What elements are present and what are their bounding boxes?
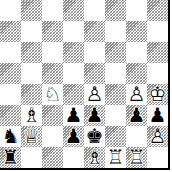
white-knight-piece: ♞♘ <box>42 84 63 105</box>
square-d6[interactable] <box>63 42 84 63</box>
square-f2[interactable] <box>105 126 126 147</box>
square-d1[interactable] <box>63 147 84 168</box>
square-e5[interactable] <box>84 63 105 84</box>
square-f4[interactable] <box>105 84 126 105</box>
square-h4[interactable]: ♚♔ <box>147 84 168 105</box>
square-g2[interactable] <box>126 126 147 147</box>
square-a1[interactable]: ♜♜ <box>0 147 21 168</box>
square-b8[interactable] <box>21 0 42 21</box>
square-g5[interactable] <box>126 63 147 84</box>
square-d2[interactable]: ♟♟ <box>63 126 84 147</box>
square-e1[interactable]: ♝♗ <box>84 147 105 168</box>
square-b5[interactable] <box>21 63 42 84</box>
square-d3[interactable]: ♟♟ <box>63 105 84 126</box>
black-pawn-piece: ♟♟ <box>63 105 84 126</box>
white-king-piece: ♚♔ <box>147 84 168 105</box>
black-rook-piece: ♜♜ <box>0 147 21 168</box>
square-b4[interactable] <box>21 84 42 105</box>
square-g6[interactable] <box>126 42 147 63</box>
square-e6[interactable] <box>84 42 105 63</box>
square-a5[interactable] <box>0 63 21 84</box>
white-pawn-piece: ♟♙ <box>147 126 168 147</box>
square-h5[interactable] <box>147 63 168 84</box>
square-c1[interactable] <box>42 147 63 168</box>
square-f6[interactable] <box>105 42 126 63</box>
square-a2[interactable]: ♞♞ <box>0 126 21 147</box>
square-a8[interactable] <box>0 0 21 21</box>
square-e2[interactable]: ♚♚ <box>84 126 105 147</box>
square-a6[interactable] <box>0 42 21 63</box>
black-pawn-piece: ♟♟ <box>147 105 168 126</box>
square-b2[interactable]: ♛♕ <box>21 126 42 147</box>
square-h3[interactable]: ♟♟ <box>147 105 168 126</box>
square-f5[interactable] <box>105 63 126 84</box>
square-g8[interactable] <box>126 0 147 21</box>
square-c3[interactable] <box>42 105 63 126</box>
square-f3[interactable] <box>105 105 126 126</box>
black-knight-piece: ♞♞ <box>0 126 21 147</box>
square-d7[interactable] <box>63 21 84 42</box>
black-king-piece: ♚♚ <box>84 126 105 147</box>
square-h6[interactable] <box>147 42 168 63</box>
square-c6[interactable] <box>42 42 63 63</box>
white-pawn-piece: ♟♙ <box>84 84 105 105</box>
square-c2[interactable] <box>42 126 63 147</box>
square-d8[interactable] <box>63 0 84 21</box>
square-b7[interactable] <box>21 21 42 42</box>
square-h1[interactable] <box>147 147 168 168</box>
square-c7[interactable] <box>42 21 63 42</box>
white-bishop-piece: ♝♗ <box>84 147 105 168</box>
white-pawn-piece: ♟♙ <box>126 84 147 105</box>
square-b3[interactable]: ♝♗ <box>21 105 42 126</box>
square-a3[interactable] <box>0 105 21 126</box>
square-a4[interactable] <box>0 84 21 105</box>
square-f8[interactable] <box>105 0 126 21</box>
white-queen-piece: ♛♕ <box>21 126 42 147</box>
square-b1[interactable] <box>21 147 42 168</box>
black-pawn-piece: ♟♟ <box>63 126 84 147</box>
square-d5[interactable] <box>63 63 84 84</box>
white-rook-piece: ♜♖ <box>126 147 147 168</box>
white-rook-piece: ♜♖ <box>105 147 126 168</box>
white-bishop-piece: ♝♗ <box>21 105 42 126</box>
black-pawn-piece: ♟♟ <box>84 105 105 126</box>
black-pawn-piece: ♟♟ <box>126 105 147 126</box>
chess-board: ♞♘♟♙♟♙♚♔♝♗♟♟♟♟♟♟♟♟♞♞♛♕♟♟♚♚♟♙♜♜♝♗♜♖♜♖ <box>0 0 170 170</box>
square-c5[interactable] <box>42 63 63 84</box>
square-g1[interactable]: ♜♖ <box>126 147 147 168</box>
square-g3[interactable]: ♟♟ <box>126 105 147 126</box>
square-g4[interactable]: ♟♙ <box>126 84 147 105</box>
square-e8[interactable] <box>84 0 105 21</box>
square-h8[interactable] <box>147 0 168 21</box>
chess-diagram: ♞♘♟♙♟♙♚♔♝♗♟♟♟♟♟♟♟♟♞♞♛♕♟♟♚♚♟♙♜♜♝♗♜♖♜♖ <box>0 0 172 172</box>
square-e4[interactable]: ♟♙ <box>84 84 105 105</box>
square-b6[interactable] <box>21 42 42 63</box>
square-c4[interactable]: ♞♘ <box>42 84 63 105</box>
square-h7[interactable] <box>147 21 168 42</box>
square-e7[interactable] <box>84 21 105 42</box>
square-d4[interactable] <box>63 84 84 105</box>
square-f1[interactable]: ♜♖ <box>105 147 126 168</box>
square-c8[interactable] <box>42 0 63 21</box>
square-g7[interactable] <box>126 21 147 42</box>
square-e3[interactable]: ♟♟ <box>84 105 105 126</box>
square-f7[interactable] <box>105 21 126 42</box>
square-h2[interactable]: ♟♙ <box>147 126 168 147</box>
square-a7[interactable] <box>0 21 21 42</box>
